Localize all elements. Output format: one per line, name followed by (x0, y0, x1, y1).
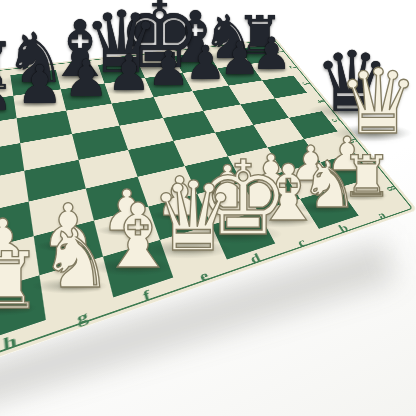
chess-set-photo: hgfedcba 12345678 ♜♞♝♛♚♝♞♜♟♟♟♟♟♟♟♟♟♟♟♟♟♟… (0, 0, 416, 416)
